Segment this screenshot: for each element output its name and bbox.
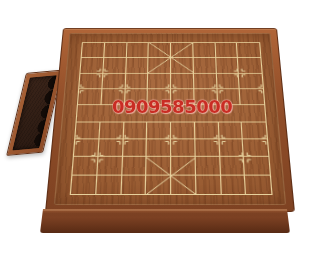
- grid-cell: [194, 73, 217, 89]
- watermark-text: 0909585000: [112, 96, 230, 117]
- grid-cell: [216, 73, 240, 89]
- grid-cell: [82, 43, 105, 58]
- grid-cell: [123, 122, 147, 139]
- grid-cell: [171, 157, 196, 175]
- grid-cell: [97, 157, 122, 175]
- grid-cell: [196, 175, 221, 194]
- grid-cell: [195, 139, 220, 157]
- board-surface: [54, 33, 286, 205]
- grid-cell: [171, 73, 194, 89]
- grid-cell: [239, 73, 263, 89]
- grid-cell: [79, 73, 103, 89]
- grid-cell: [218, 122, 243, 139]
- grid-cell: [102, 73, 126, 89]
- box-front-face: [40, 209, 290, 233]
- grid-cell: [171, 139, 195, 157]
- grid-cell: [147, 139, 171, 157]
- grid-cell: [220, 157, 245, 175]
- grid-cell: [242, 122, 267, 139]
- grid-cell: [80, 58, 104, 73]
- grid-cell: [171, 43, 193, 58]
- xiangqi-grid: [70, 42, 273, 195]
- grid-cell: [171, 175, 196, 194]
- grid-cell: [238, 58, 262, 73]
- grid-cell: [171, 58, 194, 73]
- grid-cell: [99, 122, 124, 139]
- grid-cell: [237, 43, 260, 58]
- grid-cell: [171, 122, 195, 139]
- grid-cell: [72, 157, 98, 175]
- grid-cell: [126, 43, 149, 58]
- grid-cell: [78, 89, 102, 105]
- grid-cell: [104, 43, 127, 58]
- grid-cell: [147, 122, 171, 139]
- grid-cell: [126, 58, 149, 73]
- grid-cell: [240, 89, 264, 105]
- drawer-felt-lining: [12, 75, 57, 150]
- grid-cell: [195, 122, 219, 139]
- grid-cell: [122, 139, 147, 157]
- xiangqi-board-box-top: [45, 28, 295, 212]
- grid-cell: [148, 73, 171, 89]
- grid-cell: [149, 43, 171, 58]
- grid-cell: [74, 139, 99, 157]
- grid-cell: [244, 157, 270, 175]
- grid-cell: [193, 58, 216, 73]
- grid-cell: [245, 175, 271, 194]
- grid-cell: [71, 175, 97, 194]
- grid-cell: [215, 43, 238, 58]
- grid-cell: [195, 157, 220, 175]
- grid-cell: [122, 157, 147, 175]
- grid-cell: [103, 58, 126, 73]
- grid-cell: [193, 43, 216, 58]
- river-cell: [241, 105, 266, 122]
- grid-cell: [96, 175, 122, 194]
- grid-cell: [146, 157, 171, 175]
- grid-cell: [75, 122, 100, 139]
- river-cell: [77, 105, 102, 122]
- grid-cell: [146, 175, 171, 194]
- grid-cell: [148, 58, 171, 73]
- grid-cell: [125, 73, 148, 89]
- grid-cell: [219, 139, 244, 157]
- grid-cell: [121, 175, 146, 194]
- grid-cell: [243, 139, 268, 157]
- product-photo: 0909585000: [0, 0, 330, 260]
- grid-cell: [98, 139, 123, 157]
- grid-cell: [220, 175, 246, 194]
- grid-cell: [216, 58, 239, 73]
